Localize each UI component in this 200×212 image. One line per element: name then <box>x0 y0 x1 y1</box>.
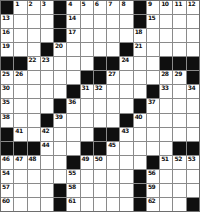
black-cell-r10c14 <box>187 142 199 155</box>
black-cell-r14c4 <box>54 198 66 211</box>
black-cell-r5c6 <box>81 71 93 84</box>
clue-number-10: 10 <box>161 1 168 7</box>
cell-r8c10[interactable]: 40 <box>134 114 146 127</box>
cell-r11c4[interactable] <box>54 156 66 169</box>
cell-r7c5[interactable]: 36 <box>67 99 79 112</box>
cell-r6c13[interactable] <box>173 85 185 98</box>
black-cell-r4c1 <box>14 57 26 70</box>
cell-r14c12[interactable] <box>160 198 172 211</box>
cell-r8c11[interactable] <box>147 114 159 127</box>
cell-r11c14[interactable]: 53 <box>187 156 199 169</box>
cell-r12c12[interactable] <box>160 170 172 183</box>
black-cell-r4c12 <box>160 57 172 70</box>
clue-number-17: 17 <box>68 29 75 35</box>
cell-r13c12[interactable] <box>160 184 172 197</box>
cell-r2c5[interactable]: 17 <box>67 29 79 42</box>
clue-number-2: 2 <box>29 1 33 7</box>
clue-number-37: 37 <box>148 99 155 105</box>
clue-number-43: 43 <box>121 128 128 134</box>
black-cell-r9c7 <box>94 128 106 141</box>
clue-number-41: 41 <box>15 128 22 134</box>
cell-r6c14[interactable]: 34 <box>187 85 199 98</box>
black-cell-r1c4 <box>54 15 66 28</box>
cell-r0c13[interactable]: 11 <box>173 1 185 14</box>
clue-number-21: 21 <box>135 43 142 49</box>
cell-r14c2[interactable] <box>28 198 40 211</box>
cell-r2c9[interactable] <box>120 29 132 42</box>
cell-r12c8[interactable] <box>107 170 119 183</box>
clue-number-32: 32 <box>95 85 102 91</box>
cell-r12c14[interactable] <box>187 170 199 183</box>
clue-number-9: 9 <box>148 1 152 7</box>
cell-r5c4[interactable] <box>54 71 66 84</box>
cell-r8c6[interactable] <box>81 114 93 127</box>
cell-r4c9[interactable]: 24 <box>120 57 132 70</box>
clue-number-44: 44 <box>42 142 49 148</box>
cell-r11c2[interactable]: 48 <box>28 156 40 169</box>
clue-number-26: 26 <box>15 71 22 77</box>
cell-r3c10[interactable]: 21 <box>134 43 146 56</box>
cell-r9c11[interactable] <box>147 128 159 141</box>
clue-number-29: 29 <box>174 71 181 77</box>
cell-r14c7[interactable] <box>94 198 106 211</box>
cell-r13c9[interactable] <box>120 184 132 197</box>
clue-number-42: 42 <box>42 128 49 134</box>
cell-r2c2[interactable] <box>28 29 40 42</box>
black-cell-r10c7 <box>94 142 106 155</box>
cell-r8c12[interactable] <box>160 114 172 127</box>
cell-r7c11[interactable]: 37 <box>147 99 159 112</box>
black-cell-r4c8 <box>107 57 119 70</box>
cell-r14c0[interactable]: 60 <box>1 198 13 211</box>
black-cell-r6c11 <box>147 85 159 98</box>
clue-number-11: 11 <box>174 1 181 7</box>
cell-r8c2[interactable] <box>28 114 40 127</box>
cell-r1c9[interactable] <box>120 15 132 28</box>
clue-number-8: 8 <box>121 1 125 7</box>
cell-r12c4[interactable] <box>54 170 66 183</box>
black-cell-r0c0 <box>1 1 13 14</box>
cell-r2c1[interactable] <box>14 29 26 42</box>
clue-number-1: 1 <box>15 1 19 7</box>
cell-r7c2[interactable] <box>28 99 40 112</box>
clue-number-39: 39 <box>55 114 62 120</box>
clue-number-3: 3 <box>42 1 46 7</box>
cell-r2c8[interactable] <box>107 29 119 42</box>
cell-r2c7[interactable] <box>94 29 106 42</box>
black-cell-r10c6 <box>81 142 93 155</box>
cell-r5c1[interactable]: 26 <box>14 71 26 84</box>
clue-number-14: 14 <box>68 15 75 21</box>
cell-r3c11[interactable] <box>147 43 159 56</box>
cell-r5c0[interactable]: 25 <box>1 71 13 84</box>
black-cell-r12c10 <box>134 170 146 183</box>
cell-r8c0[interactable]: 38 <box>1 114 13 127</box>
clue-number-27: 27 <box>108 71 115 77</box>
cell-r9c14[interactable] <box>187 128 199 141</box>
cell-r6c6[interactable]: 31 <box>81 85 93 98</box>
cell-r0c2[interactable]: 2 <box>28 1 40 14</box>
black-cell-r8c9 <box>120 114 132 127</box>
black-cell-r14c14 <box>187 198 199 211</box>
clue-number-35: 35 <box>2 99 9 105</box>
cell-r12c1[interactable] <box>14 170 26 183</box>
clue-number-50: 50 <box>95 156 102 162</box>
black-cell-r4c7 <box>94 57 106 70</box>
cell-r13c8[interactable] <box>107 184 119 197</box>
black-cell-r10c1 <box>14 142 26 155</box>
clue-number-51: 51 <box>161 156 168 162</box>
cell-r14c1[interactable] <box>14 198 26 211</box>
cell-r5c10[interactable] <box>134 71 146 84</box>
cell-r6c9[interactable] <box>120 85 132 98</box>
cell-r6c0[interactable]: 30 <box>1 85 13 98</box>
black-cell-r14c10 <box>134 198 146 211</box>
cell-r14c3[interactable] <box>41 198 53 211</box>
cell-r9c1[interactable]: 41 <box>14 128 26 141</box>
cell-r3c12[interactable] <box>160 43 172 56</box>
cell-r12c0[interactable]: 54 <box>1 170 13 183</box>
cell-r1c12[interactable] <box>160 15 172 28</box>
cell-r9c10[interactable] <box>134 128 146 141</box>
black-cell-r11c5 <box>67 156 79 169</box>
black-cell-r0c4 <box>54 1 66 14</box>
cell-r6c4[interactable] <box>54 85 66 98</box>
clue-number-53: 53 <box>188 156 195 162</box>
cell-r11c10[interactable] <box>134 156 146 169</box>
cell-r11c12[interactable]: 51 <box>160 156 172 169</box>
clue-number-56: 56 <box>148 170 155 176</box>
cell-r11c7[interactable]: 50 <box>94 156 106 169</box>
clue-number-6: 6 <box>95 1 99 7</box>
cell-r6c2[interactable] <box>28 85 40 98</box>
cell-r0c3[interactable]: 3 <box>41 1 53 14</box>
cell-r5c12[interactable]: 28 <box>160 71 172 84</box>
cell-r12c7[interactable] <box>94 170 106 183</box>
cell-r1c5[interactable]: 14 <box>67 15 79 28</box>
cell-r0c9[interactable]: 8 <box>120 1 132 14</box>
cell-r11c6[interactable]: 49 <box>81 156 93 169</box>
cell-r7c0[interactable]: 35 <box>1 99 13 112</box>
cell-r10c8[interactable]: 45 <box>107 142 119 155</box>
cell-r7c13[interactable] <box>173 99 185 112</box>
cell-r5c8[interactable]: 27 <box>107 71 119 84</box>
cell-r11c8[interactable] <box>107 156 119 169</box>
cell-r8c13[interactable] <box>173 114 185 127</box>
cell-r5c5[interactable] <box>67 71 79 84</box>
cell-r12c2[interactable] <box>28 170 40 183</box>
clue-number-46: 46 <box>2 156 9 162</box>
cell-r6c1[interactable] <box>14 85 26 98</box>
clue-number-13: 13 <box>2 15 9 21</box>
cell-r4c6[interactable] <box>81 57 93 70</box>
cell-r2c10[interactable]: 18 <box>134 29 146 42</box>
cell-r9c2[interactable] <box>28 128 40 141</box>
cell-r3c8[interactable] <box>107 43 119 56</box>
cell-r8c1[interactable] <box>14 114 26 127</box>
black-cell-r7c10 <box>134 99 146 112</box>
clue-number-7: 7 <box>108 1 112 7</box>
cell-r1c13[interactable] <box>173 15 185 28</box>
clue-number-34: 34 <box>188 85 195 91</box>
cell-r2c6[interactable] <box>81 29 93 42</box>
clue-number-4: 4 <box>68 1 72 7</box>
cell-r3c2[interactable] <box>28 43 40 56</box>
cell-r14c6[interactable] <box>81 198 93 211</box>
clue-number-5: 5 <box>82 1 86 7</box>
cell-r3c14[interactable] <box>187 43 199 56</box>
cell-r13c2[interactable] <box>28 184 40 197</box>
cell-r14c9[interactable] <box>120 198 132 211</box>
cell-r7c12[interactable] <box>160 99 172 112</box>
cell-r10c11[interactable] <box>147 142 159 155</box>
cell-r4c3[interactable]: 23 <box>41 57 53 70</box>
cell-r4c4[interactable] <box>54 57 66 70</box>
cell-r11c0[interactable]: 46 <box>1 156 13 169</box>
cell-r1c1[interactable] <box>14 15 26 28</box>
black-cell-r7c4 <box>54 99 66 112</box>
cell-r0c6[interactable]: 5 <box>81 1 93 14</box>
cell-r9c13[interactable] <box>173 128 185 141</box>
cell-r6c8[interactable] <box>107 85 119 98</box>
cell-r13c13[interactable] <box>173 184 185 197</box>
black-cell-r9c0 <box>1 128 13 141</box>
cell-r0c12[interactable]: 10 <box>160 1 172 14</box>
cell-r12c3[interactable] <box>41 170 53 183</box>
cell-r1c7[interactable] <box>94 15 106 28</box>
cell-r10c4[interactable] <box>54 142 66 155</box>
clue-number-62: 62 <box>148 198 155 204</box>
clue-number-49: 49 <box>82 156 89 162</box>
clue-number-54: 54 <box>2 170 9 176</box>
cell-r14c5[interactable]: 61 <box>67 198 79 211</box>
cell-r10c5[interactable] <box>67 142 79 155</box>
black-cell-r13c10 <box>134 184 146 197</box>
cell-r9c5[interactable] <box>67 128 79 141</box>
black-cell-r1c10 <box>134 15 146 28</box>
cell-r11c13[interactable]: 52 <box>173 156 185 169</box>
clue-number-24: 24 <box>121 57 128 63</box>
cell-r0c7[interactable]: 6 <box>94 1 106 14</box>
cell-r1c6[interactable] <box>81 15 93 28</box>
cell-r14c8[interactable] <box>107 198 119 211</box>
cell-r2c13[interactable] <box>173 29 185 42</box>
clue-number-19: 19 <box>2 43 9 49</box>
clue-number-57: 57 <box>2 184 9 190</box>
cell-r3c6[interactable] <box>81 43 93 56</box>
clue-number-59: 59 <box>148 184 155 190</box>
clue-number-40: 40 <box>135 114 142 120</box>
clue-number-15: 15 <box>148 15 155 21</box>
cell-r7c6[interactable] <box>81 99 93 112</box>
cell-r13c5[interactable]: 58 <box>67 184 79 197</box>
cell-r13c0[interactable]: 57 <box>1 184 13 197</box>
cell-r2c12[interactable] <box>160 29 172 42</box>
cell-r3c0[interactable]: 19 <box>1 43 13 56</box>
cell-r12c11[interactable]: 56 <box>147 170 159 183</box>
cell-r6c10[interactable] <box>134 85 146 98</box>
cell-r2c14[interactable] <box>187 29 199 42</box>
clue-number-31: 31 <box>82 85 89 91</box>
cell-r10c10[interactable] <box>134 142 146 155</box>
cell-r2c3[interactable] <box>41 29 53 42</box>
black-cell-r13c4 <box>54 184 66 197</box>
cell-r5c9[interactable] <box>120 71 132 84</box>
cell-r3c1[interactable] <box>14 43 26 56</box>
cell-r7c9[interactable] <box>120 99 132 112</box>
cell-r6c3[interactable] <box>41 85 53 98</box>
clue-number-55: 55 <box>68 170 75 176</box>
clue-number-16: 16 <box>2 29 9 35</box>
black-cell-r5c14 <box>187 71 199 84</box>
cell-r13c11[interactable]: 59 <box>147 184 159 197</box>
cell-r3c4[interactable]: 20 <box>54 43 66 56</box>
cell-r4c2[interactable]: 22 <box>28 57 40 70</box>
cell-r8c7[interactable] <box>94 114 106 127</box>
clue-number-18: 18 <box>135 29 142 35</box>
cell-r1c14[interactable] <box>187 15 199 28</box>
cell-r7c1[interactable] <box>14 99 26 112</box>
cell-r14c11[interactable]: 62 <box>147 198 159 211</box>
cell-r13c1[interactable] <box>14 184 26 197</box>
cell-r9c4[interactable] <box>54 128 66 141</box>
cell-r2c0[interactable]: 16 <box>1 29 13 42</box>
black-cell-r0c10 <box>134 1 146 14</box>
clue-number-58: 58 <box>68 184 75 190</box>
cell-r12c6[interactable] <box>81 170 93 183</box>
cell-r9c6[interactable] <box>81 128 93 141</box>
black-cell-r4c13 <box>173 57 185 70</box>
black-cell-r4c14 <box>187 57 199 70</box>
cell-r3c5[interactable] <box>67 43 79 56</box>
cell-r6c12[interactable]: 33 <box>160 85 172 98</box>
black-cell-r3c9 <box>120 43 132 56</box>
cell-r1c0[interactable]: 13 <box>1 15 13 28</box>
cell-r12c13[interactable] <box>173 170 185 183</box>
clue-number-47: 47 <box>15 156 22 162</box>
cell-r1c2[interactable] <box>28 15 40 28</box>
black-cell-r9c8 <box>107 128 119 141</box>
cell-r1c3[interactable] <box>41 15 53 28</box>
cell-r4c5[interactable] <box>67 57 79 70</box>
cell-r6c7[interactable]: 32 <box>94 85 106 98</box>
cell-r8c8[interactable] <box>107 114 119 127</box>
cell-r0c1[interactable]: 1 <box>14 1 26 14</box>
cell-r3c13[interactable] <box>173 43 185 56</box>
cell-r12c9[interactable] <box>120 170 132 183</box>
black-cell-r5c7 <box>94 71 106 84</box>
cell-r7c3[interactable] <box>41 99 53 112</box>
cell-r9c3[interactable]: 42 <box>41 128 53 141</box>
cell-r5c11[interactable] <box>147 71 159 84</box>
clue-number-20: 20 <box>55 43 62 49</box>
cell-r7c14[interactable] <box>187 99 199 112</box>
cell-r8c4[interactable]: 39 <box>54 114 66 127</box>
cell-r4c10[interactable] <box>134 57 146 70</box>
black-cell-r4c0 <box>1 57 13 70</box>
cell-r2c11[interactable] <box>147 29 159 42</box>
clue-number-61: 61 <box>68 198 75 204</box>
cell-r13c7[interactable] <box>94 184 106 197</box>
clue-number-52: 52 <box>174 156 181 162</box>
cell-r1c8[interactable] <box>107 15 119 28</box>
cell-r3c7[interactable] <box>94 43 106 56</box>
cell-r5c13[interactable]: 29 <box>173 71 185 84</box>
cell-r7c7[interactable] <box>94 99 106 112</box>
cell-r1c11[interactable]: 15 <box>147 15 159 28</box>
clue-number-30: 30 <box>2 85 9 91</box>
cell-r9c9[interactable]: 43 <box>120 128 132 141</box>
cell-r12c5[interactable]: 55 <box>67 170 79 183</box>
clue-number-33: 33 <box>161 85 168 91</box>
cell-r5c2[interactable] <box>28 71 40 84</box>
cell-r10c12[interactable] <box>160 142 172 155</box>
black-cell-r11c11 <box>147 156 159 169</box>
black-cell-r3c3 <box>41 43 53 56</box>
clue-number-22: 22 <box>29 57 36 63</box>
cell-r10c3[interactable]: 44 <box>41 142 53 155</box>
black-cell-r8c3 <box>41 114 53 127</box>
cell-r14c13[interactable] <box>173 198 185 211</box>
cell-r13c14[interactable] <box>187 184 199 197</box>
black-cell-r10c0 <box>1 142 13 155</box>
cell-r11c1[interactable]: 47 <box>14 156 26 169</box>
black-cell-r10c2 <box>28 142 40 155</box>
cell-r13c6[interactable] <box>81 184 93 197</box>
cell-r7c8[interactable] <box>107 99 119 112</box>
black-cell-r10c13 <box>173 142 185 155</box>
cell-r10c9[interactable] <box>120 142 132 155</box>
cell-r0c11[interactable]: 9 <box>147 1 159 14</box>
clue-number-12: 12 <box>188 1 195 7</box>
cell-r4c11[interactable] <box>147 57 159 70</box>
clue-number-28: 28 <box>161 71 168 77</box>
clue-number-48: 48 <box>29 156 36 162</box>
cell-r11c9[interactable] <box>120 156 132 169</box>
cell-r0c14[interactable]: 12 <box>187 1 199 14</box>
cell-r8c14[interactable] <box>187 114 199 127</box>
black-cell-r6c5 <box>67 85 79 98</box>
black-cell-r2c4 <box>54 29 66 42</box>
cell-r13c3[interactable] <box>41 184 53 197</box>
clue-number-45: 45 <box>108 142 115 148</box>
clue-number-38: 38 <box>2 114 9 120</box>
crossword-grid: 1234567891011121314151617181920212223242… <box>0 0 200 212</box>
clue-number-23: 23 <box>42 57 49 63</box>
clue-number-36: 36 <box>68 99 75 105</box>
clue-number-60: 60 <box>2 198 9 204</box>
cell-r9c12[interactable] <box>160 128 172 141</box>
cell-r11c3[interactable] <box>41 156 53 169</box>
cell-r0c5[interactable]: 4 <box>67 1 79 14</box>
cell-r0c8[interactable]: 7 <box>107 1 119 14</box>
clue-number-25: 25 <box>2 71 9 77</box>
cell-r5c3[interactable] <box>41 71 53 84</box>
cell-r8c5[interactable] <box>67 114 79 127</box>
